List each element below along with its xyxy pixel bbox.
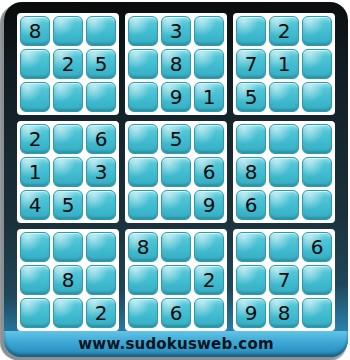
cell-r8c7[interactable] (236, 265, 266, 295)
cell-r4c8[interactable] (269, 124, 299, 154)
box-9: 6798 (233, 229, 335, 331)
cell-r7c5[interactable] (161, 232, 191, 262)
cell-r9c7[interactable]: 9 (236, 298, 266, 328)
box-6: 86 (233, 121, 335, 223)
cell-r8c2[interactable]: 8 (53, 265, 83, 295)
cell-r6c8[interactable] (269, 190, 299, 220)
cell-r1c4[interactable] (128, 16, 158, 46)
cell-r5c7[interactable]: 8 (236, 157, 266, 187)
cell-r8c3[interactable] (86, 265, 116, 295)
cell-r8c1[interactable] (20, 265, 50, 295)
cell-r3c9[interactable] (302, 82, 332, 112)
cell-r6c1[interactable]: 4 (20, 190, 50, 220)
cell-r3c4[interactable] (128, 82, 158, 112)
cell-r9c9[interactable] (302, 298, 332, 328)
cell-r3c1[interactable] (20, 82, 50, 112)
cell-r7c2[interactable] (53, 232, 83, 262)
cell-r7c8[interactable] (269, 232, 299, 262)
cell-r5c8[interactable] (269, 157, 299, 187)
cell-r6c7[interactable]: 6 (236, 190, 266, 220)
cell-r7c7[interactable] (236, 232, 266, 262)
cell-r6c5[interactable] (161, 190, 191, 220)
cell-r3c8[interactable] (269, 82, 299, 112)
cell-r2c8[interactable]: 1 (269, 49, 299, 79)
cell-r4c4[interactable] (128, 124, 158, 154)
cell-r9c3[interactable]: 2 (86, 298, 116, 328)
footer-band: www.sudokusweb.com (4, 331, 348, 357)
cell-r8c8[interactable]: 7 (269, 265, 299, 295)
box-7: 82 (17, 229, 119, 331)
cell-r9c2[interactable] (53, 298, 83, 328)
cell-r5c4[interactable] (128, 157, 158, 187)
cell-r2c4[interactable] (128, 49, 158, 79)
cell-r2c3[interactable]: 5 (86, 49, 116, 79)
cell-r4c9[interactable] (302, 124, 332, 154)
cell-r4c5[interactable]: 5 (161, 124, 191, 154)
cell-r8c4[interactable] (128, 265, 158, 295)
cell-r3c2[interactable] (53, 82, 83, 112)
cell-r3c6[interactable]: 1 (194, 82, 224, 112)
cell-r5c1[interactable]: 1 (20, 157, 50, 187)
cell-r7c4[interactable]: 8 (128, 232, 158, 262)
box-2: 3891 (125, 13, 227, 115)
cell-r3c3[interactable] (86, 82, 116, 112)
cell-r5c6[interactable]: 6 (194, 157, 224, 187)
cell-r1c8[interactable]: 2 (269, 16, 299, 46)
cell-r4c1[interactable]: 2 (20, 124, 50, 154)
cell-r9c8[interactable]: 8 (269, 298, 299, 328)
cell-r9c1[interactable] (20, 298, 50, 328)
cell-r5c3[interactable]: 3 (86, 157, 116, 187)
cell-r2c5[interactable]: 8 (161, 49, 191, 79)
cell-r4c2[interactable] (53, 124, 83, 154)
cell-r6c9[interactable] (302, 190, 332, 220)
cell-r5c9[interactable] (302, 157, 332, 187)
cell-r1c6[interactable] (194, 16, 224, 46)
cell-r1c7[interactable] (236, 16, 266, 46)
cell-r7c1[interactable] (20, 232, 50, 262)
cell-r1c2[interactable] (53, 16, 83, 46)
cell-r2c1[interactable] (20, 49, 50, 79)
box-5: 569 (125, 121, 227, 223)
cell-r2c7[interactable]: 7 (236, 49, 266, 79)
cell-r6c4[interactable] (128, 190, 158, 220)
cell-r4c3[interactable]: 6 (86, 124, 116, 154)
cell-r6c6[interactable]: 9 (194, 190, 224, 220)
cell-r2c2[interactable]: 2 (53, 49, 83, 79)
cell-r1c5[interactable]: 3 (161, 16, 191, 46)
cell-r2c6[interactable] (194, 49, 224, 79)
cell-r9c4[interactable] (128, 298, 158, 328)
cell-r1c3[interactable] (86, 16, 116, 46)
cell-r5c5[interactable] (161, 157, 191, 187)
cell-r8c9[interactable] (302, 265, 332, 295)
cell-r1c1[interactable]: 8 (20, 16, 50, 46)
cell-r2c9[interactable] (302, 49, 332, 79)
box-4: 261345 (17, 121, 119, 223)
cell-r7c3[interactable] (86, 232, 116, 262)
cell-r4c7[interactable] (236, 124, 266, 154)
cell-r7c6[interactable] (194, 232, 224, 262)
cell-r9c6[interactable] (194, 298, 224, 328)
site-url[interactable]: www.sudokusweb.com (78, 335, 273, 353)
cell-r1c9[interactable] (302, 16, 332, 46)
cell-r4c6[interactable] (194, 124, 224, 154)
cell-r5c2[interactable] (53, 157, 83, 187)
cell-r3c5[interactable]: 9 (161, 82, 191, 112)
box-1: 825 (17, 13, 119, 115)
cell-r9c5[interactable]: 6 (161, 298, 191, 328)
box-3: 2715 (233, 13, 335, 115)
cell-r3c7[interactable]: 5 (236, 82, 266, 112)
sudoku-plaque: 8253891271526134556986828266798 www.sudo… (4, 2, 348, 357)
cell-r8c5[interactable] (161, 265, 191, 295)
cell-r8c6[interactable]: 2 (194, 265, 224, 295)
box-8: 826 (125, 229, 227, 331)
sudoku-board: 8253891271526134556986828266798 (17, 13, 335, 331)
cell-r6c2[interactable]: 5 (53, 190, 83, 220)
cell-r7c9[interactable]: 6 (302, 232, 332, 262)
cell-r6c3[interactable] (86, 190, 116, 220)
